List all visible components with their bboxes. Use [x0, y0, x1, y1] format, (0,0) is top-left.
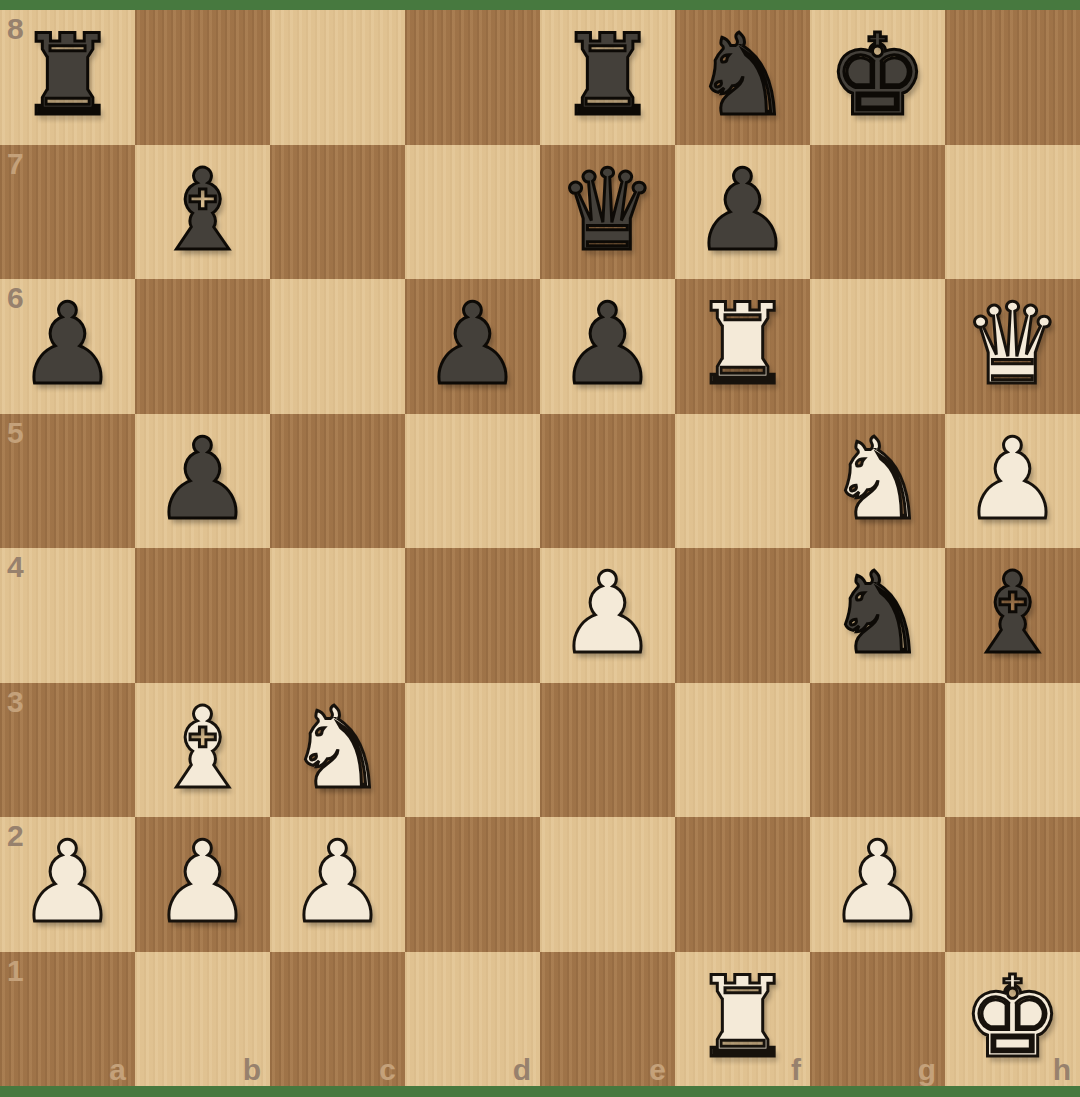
square-h8[interactable]	[945, 10, 1080, 145]
square-g2[interactable]: ♟	[810, 817, 945, 952]
square-e1[interactable]: e	[540, 952, 675, 1087]
square-d5[interactable]	[405, 414, 540, 549]
square-b1[interactable]: b	[135, 952, 270, 1087]
chess-board: 8♜♜♞♚7♝♛♟6♟♟♟♜♛5♟♞♟4♟♞♝3♝♞2♟♟♟♟1abcdef♜g…	[0, 10, 1080, 1086]
square-g4[interactable]: ♞	[810, 548, 945, 683]
square-f4[interactable]	[675, 548, 810, 683]
rank-label-5: 5	[7, 418, 24, 448]
rank-label-7: 7	[7, 149, 24, 179]
file-label-g: g	[918, 1055, 936, 1085]
square-c5[interactable]	[270, 414, 405, 549]
square-a5[interactable]: 5	[0, 414, 135, 549]
file-label-d: d	[513, 1055, 531, 1085]
square-g7[interactable]	[810, 145, 945, 280]
square-a4[interactable]: 4	[0, 548, 135, 683]
square-c2[interactable]: ♟	[270, 817, 405, 952]
square-a2[interactable]: 2♟	[0, 817, 135, 952]
rank-label-1: 1	[7, 956, 24, 986]
square-c3[interactable]: ♞	[270, 683, 405, 818]
square-a6[interactable]: 6♟	[0, 279, 135, 414]
white-pawn-a2[interactable]: ♟	[17, 826, 117, 938]
square-e4[interactable]: ♟	[540, 548, 675, 683]
square-b6[interactable]	[135, 279, 270, 414]
square-g5[interactable]: ♞	[810, 414, 945, 549]
square-d7[interactable]	[405, 145, 540, 280]
square-e2[interactable]	[540, 817, 675, 952]
square-h4[interactable]: ♝	[945, 548, 1080, 683]
square-c8[interactable]	[270, 10, 405, 145]
square-g3[interactable]	[810, 683, 945, 818]
square-f3[interactable]	[675, 683, 810, 818]
square-c6[interactable]	[270, 279, 405, 414]
white-pawn-b2[interactable]: ♟	[152, 826, 252, 938]
board-frame-top	[0, 0, 1080, 10]
square-f6[interactable]: ♜	[675, 279, 810, 414]
white-pawn-c2[interactable]: ♟	[287, 826, 387, 938]
white-pawn-e4[interactable]: ♟	[557, 557, 657, 669]
square-h1[interactable]: h♚	[945, 952, 1080, 1087]
square-f7[interactable]: ♟	[675, 145, 810, 280]
white-knight-g5[interactable]: ♞	[827, 423, 927, 535]
square-b2[interactable]: ♟	[135, 817, 270, 952]
white-rook-f6[interactable]: ♜	[692, 288, 792, 400]
white-king-h1[interactable]: ♚	[962, 961, 1062, 1073]
square-h7[interactable]	[945, 145, 1080, 280]
black-pawn-d6[interactable]: ♟	[422, 288, 522, 400]
square-f2[interactable]	[675, 817, 810, 952]
file-label-b: b	[243, 1055, 261, 1085]
white-pawn-g2[interactable]: ♟	[827, 826, 927, 938]
square-f5[interactable]	[675, 414, 810, 549]
square-e8[interactable]: ♜	[540, 10, 675, 145]
rank-label-4: 4	[7, 552, 24, 582]
black-pawn-f7[interactable]: ♟	[692, 154, 792, 266]
square-d4[interactable]	[405, 548, 540, 683]
black-knight-g4[interactable]: ♞	[827, 557, 927, 669]
white-queen-h6[interactable]: ♛	[962, 288, 1062, 400]
black-pawn-a6[interactable]: ♟	[17, 288, 117, 400]
white-rook-f1[interactable]: ♜	[692, 961, 792, 1073]
square-b4[interactable]	[135, 548, 270, 683]
square-h3[interactable]	[945, 683, 1080, 818]
square-d6[interactable]: ♟	[405, 279, 540, 414]
square-h2[interactable]	[945, 817, 1080, 952]
square-a7[interactable]: 7	[0, 145, 135, 280]
white-pawn-h5[interactable]: ♟	[962, 423, 1062, 535]
square-f8[interactable]: ♞	[675, 10, 810, 145]
file-label-a: a	[109, 1055, 126, 1085]
square-g8[interactable]: ♚	[810, 10, 945, 145]
square-a8[interactable]: 8♜	[0, 10, 135, 145]
square-e6[interactable]: ♟	[540, 279, 675, 414]
square-c7[interactable]	[270, 145, 405, 280]
board-frame-bottom	[0, 1086, 1080, 1097]
file-label-c: c	[379, 1055, 396, 1085]
square-b5[interactable]: ♟	[135, 414, 270, 549]
file-label-e: e	[649, 1055, 666, 1085]
square-b7[interactable]: ♝	[135, 145, 270, 280]
black-knight-f8[interactable]: ♞	[692, 19, 792, 131]
black-pawn-e6[interactable]: ♟	[557, 288, 657, 400]
black-king-g8[interactable]: ♚	[827, 19, 927, 131]
square-g6[interactable]	[810, 279, 945, 414]
square-h5[interactable]: ♟	[945, 414, 1080, 549]
square-c4[interactable]	[270, 548, 405, 683]
black-bishop-b7[interactable]: ♝	[152, 154, 252, 266]
black-pawn-b5[interactable]: ♟	[152, 423, 252, 535]
square-d3[interactable]	[405, 683, 540, 818]
black-bishop-h4[interactable]: ♝	[962, 557, 1062, 669]
square-f1[interactable]: f♜	[675, 952, 810, 1087]
square-g1[interactable]: g	[810, 952, 945, 1087]
square-e3[interactable]	[540, 683, 675, 818]
square-b3[interactable]: ♝	[135, 683, 270, 818]
rank-label-3: 3	[7, 687, 24, 717]
black-rook-e8[interactable]: ♜	[557, 19, 657, 131]
white-bishop-b3[interactable]: ♝	[152, 692, 252, 804]
square-h6[interactable]: ♛	[945, 279, 1080, 414]
square-e5[interactable]	[540, 414, 675, 549]
square-a1[interactable]: 1a	[0, 952, 135, 1087]
square-a3[interactable]: 3	[0, 683, 135, 818]
square-d2[interactable]	[405, 817, 540, 952]
square-d1[interactable]: d	[405, 952, 540, 1087]
square-c1[interactable]: c	[270, 952, 405, 1087]
square-d8[interactable]	[405, 10, 540, 145]
white-knight-c3[interactable]: ♞	[287, 692, 387, 804]
square-e7[interactable]: ♛	[540, 145, 675, 280]
black-queen-e7[interactable]: ♛	[557, 154, 657, 266]
black-rook-a8[interactable]: ♜	[17, 19, 117, 131]
square-b8[interactable]	[135, 10, 270, 145]
